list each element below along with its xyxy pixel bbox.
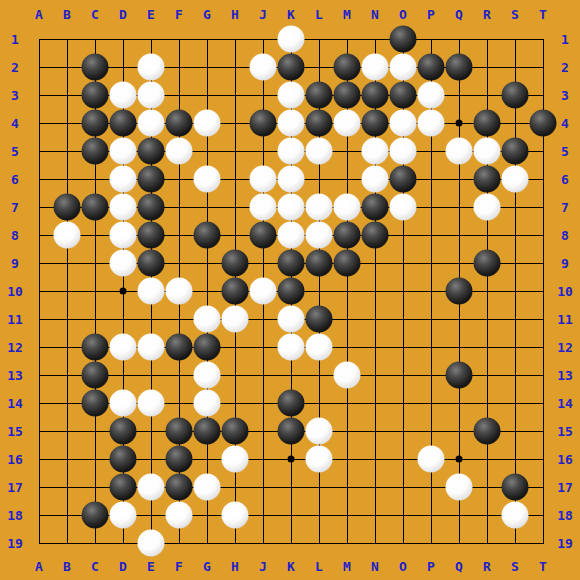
white-stone-E4 — [138, 110, 165, 137]
white-stone-O2 — [390, 54, 417, 81]
white-stone-K1 — [278, 26, 305, 53]
white-stone-K6 — [278, 166, 305, 193]
row-label-left-9: 9 — [11, 257, 19, 270]
white-stone-K7 — [278, 194, 305, 221]
black-stone-H10 — [222, 278, 249, 305]
black-stone-K9 — [278, 250, 305, 277]
white-stone-D12 — [110, 334, 137, 361]
white-stone-D8 — [110, 222, 137, 249]
row-label-left-1: 1 — [11, 33, 19, 46]
black-stone-F16 — [166, 446, 193, 473]
black-stone-S3 — [502, 82, 529, 109]
black-stone-C14 — [82, 390, 109, 417]
column-label-top-S: S — [511, 8, 519, 21]
row-label-left-11: 11 — [7, 313, 23, 326]
white-stone-Q17 — [446, 474, 473, 501]
row-label-right-12: 12 — [557, 341, 573, 354]
column-label-top-Q: Q — [455, 8, 463, 21]
column-label-bottom-C: C — [91, 560, 99, 573]
black-stone-G15 — [194, 418, 221, 445]
white-stone-D5 — [110, 138, 137, 165]
black-stone-K15 — [278, 418, 305, 445]
black-stone-S5 — [502, 138, 529, 165]
white-stone-K12 — [278, 334, 305, 361]
black-stone-N3 — [362, 82, 389, 109]
black-stone-L3 — [306, 82, 333, 109]
white-stone-H11 — [222, 306, 249, 333]
row-label-right-2: 2 — [561, 61, 569, 74]
black-stone-C4 — [82, 110, 109, 137]
white-stone-B8 — [54, 222, 81, 249]
hoshi-point-K16 — [288, 456, 295, 463]
white-stone-J2 — [250, 54, 277, 81]
black-stone-M2 — [334, 54, 361, 81]
black-stone-F12 — [166, 334, 193, 361]
column-label-bottom-G: G — [203, 560, 211, 573]
black-stone-E6 — [138, 166, 165, 193]
black-stone-H15 — [222, 418, 249, 445]
white-stone-E3 — [138, 82, 165, 109]
black-stone-K2 — [278, 54, 305, 81]
row-label-right-7: 7 — [561, 201, 569, 214]
black-stone-B7 — [54, 194, 81, 221]
black-stone-O6 — [390, 166, 417, 193]
row-label-right-14: 14 — [557, 397, 573, 410]
black-stone-M8 — [334, 222, 361, 249]
row-label-right-17: 17 — [557, 481, 573, 494]
row-label-left-12: 12 — [7, 341, 23, 354]
white-stone-Q5 — [446, 138, 473, 165]
column-label-top-K: K — [287, 8, 295, 21]
row-label-right-6: 6 — [561, 173, 569, 186]
black-stone-K14 — [278, 390, 305, 417]
column-label-bottom-R: R — [483, 560, 491, 573]
column-label-top-L: L — [315, 8, 323, 21]
hoshi-point-Q16 — [456, 456, 463, 463]
hoshi-point-Q4 — [456, 120, 463, 127]
black-stone-L9 — [306, 250, 333, 277]
row-label-right-4: 4 — [561, 117, 569, 130]
column-label-bottom-P: P — [427, 560, 435, 573]
black-stone-R15 — [474, 418, 501, 445]
white-stone-D3 — [110, 82, 137, 109]
column-label-top-R: R — [483, 8, 491, 21]
black-stone-C7 — [82, 194, 109, 221]
row-label-right-1: 1 — [561, 33, 569, 46]
row-label-right-11: 11 — [557, 313, 573, 326]
white-stone-J7 — [250, 194, 277, 221]
white-stone-E10 — [138, 278, 165, 305]
black-stone-H9 — [222, 250, 249, 277]
black-stone-E7 — [138, 194, 165, 221]
black-stone-G8 — [194, 222, 221, 249]
black-stone-E5 — [138, 138, 165, 165]
white-stone-H18 — [222, 502, 249, 529]
column-label-top-J: J — [259, 8, 267, 21]
black-stone-E8 — [138, 222, 165, 249]
black-stone-G12 — [194, 334, 221, 361]
row-label-left-19: 19 — [7, 537, 23, 550]
black-stone-C3 — [82, 82, 109, 109]
black-stone-M3 — [334, 82, 361, 109]
black-stone-L4 — [306, 110, 333, 137]
black-stone-R9 — [474, 250, 501, 277]
black-stone-N8 — [362, 222, 389, 249]
white-stone-F10 — [166, 278, 193, 305]
row-label-right-3: 3 — [561, 89, 569, 102]
column-label-top-E: E — [147, 8, 155, 21]
black-stone-E9 — [138, 250, 165, 277]
black-stone-S17 — [502, 474, 529, 501]
row-label-right-10: 10 — [557, 285, 573, 298]
white-stone-N5 — [362, 138, 389, 165]
white-stone-O4 — [390, 110, 417, 137]
column-label-bottom-K: K — [287, 560, 295, 573]
column-label-bottom-O: O — [399, 560, 407, 573]
white-stone-G14 — [194, 390, 221, 417]
black-stone-F17 — [166, 474, 193, 501]
column-label-top-C: C — [91, 8, 99, 21]
black-stone-Q2 — [446, 54, 473, 81]
black-stone-O1 — [390, 26, 417, 53]
black-stone-C12 — [82, 334, 109, 361]
white-stone-L12 — [306, 334, 333, 361]
black-stone-J8 — [250, 222, 277, 249]
column-label-top-H: H — [231, 8, 239, 21]
black-stone-T4 — [530, 110, 557, 137]
white-stone-L16 — [306, 446, 333, 473]
black-stone-D16 — [110, 446, 137, 473]
column-label-bottom-N: N — [371, 560, 379, 573]
row-label-right-19: 19 — [557, 537, 573, 550]
black-stone-F4 — [166, 110, 193, 137]
white-stone-R5 — [474, 138, 501, 165]
white-stone-D9 — [110, 250, 137, 277]
black-stone-M9 — [334, 250, 361, 277]
row-label-left-13: 13 — [7, 369, 23, 382]
black-stone-K10 — [278, 278, 305, 305]
column-label-top-T: T — [539, 8, 547, 21]
white-stone-O5 — [390, 138, 417, 165]
black-stone-Q10 — [446, 278, 473, 305]
black-stone-D15 — [110, 418, 137, 445]
white-stone-K3 — [278, 82, 305, 109]
column-label-bottom-T: T — [539, 560, 547, 573]
black-stone-D17 — [110, 474, 137, 501]
white-stone-G11 — [194, 306, 221, 333]
white-stone-P4 — [418, 110, 445, 137]
black-stone-C5 — [82, 138, 109, 165]
row-label-left-16: 16 — [7, 453, 23, 466]
white-stone-G13 — [194, 362, 221, 389]
hoshi-point-D10 — [120, 288, 127, 295]
row-label-left-7: 7 — [11, 201, 19, 214]
white-stone-L7 — [306, 194, 333, 221]
black-stone-C18 — [82, 502, 109, 529]
row-label-left-6: 6 — [11, 173, 19, 186]
column-label-top-P: P — [427, 8, 435, 21]
white-stone-F18 — [166, 502, 193, 529]
row-label-right-15: 15 — [557, 425, 573, 438]
column-label-top-D: D — [119, 8, 127, 21]
black-stone-P2 — [418, 54, 445, 81]
column-label-bottom-S: S — [511, 560, 519, 573]
row-label-left-18: 18 — [7, 509, 23, 522]
column-label-bottom-M: M — [343, 560, 351, 573]
column-label-bottom-J: J — [259, 560, 267, 573]
column-label-bottom-A: A — [35, 560, 43, 573]
white-stone-H16 — [222, 446, 249, 473]
white-stone-D6 — [110, 166, 137, 193]
white-stone-F5 — [166, 138, 193, 165]
row-label-right-5: 5 — [561, 145, 569, 158]
row-label-right-8: 8 — [561, 229, 569, 242]
white-stone-E19 — [138, 530, 165, 557]
row-label-left-17: 17 — [7, 481, 23, 494]
white-stone-N6 — [362, 166, 389, 193]
row-label-right-13: 13 — [557, 369, 573, 382]
column-label-bottom-E: E — [147, 560, 155, 573]
black-stone-R4 — [474, 110, 501, 137]
white-stone-L8 — [306, 222, 333, 249]
white-stone-M13 — [334, 362, 361, 389]
white-stone-E2 — [138, 54, 165, 81]
white-stone-D14 — [110, 390, 137, 417]
white-stone-R7 — [474, 194, 501, 221]
white-stone-P3 — [418, 82, 445, 109]
row-label-right-18: 18 — [557, 509, 573, 522]
white-stone-S18 — [502, 502, 529, 529]
white-stone-E12 — [138, 334, 165, 361]
black-stone-N7 — [362, 194, 389, 221]
white-stone-M7 — [334, 194, 361, 221]
column-label-top-M: M — [343, 8, 351, 21]
row-label-left-15: 15 — [7, 425, 23, 438]
white-stone-O7 — [390, 194, 417, 221]
column-label-top-G: G — [203, 8, 211, 21]
column-label-top-F: F — [175, 8, 183, 21]
column-label-bottom-B: B — [63, 560, 71, 573]
white-stone-G4 — [194, 110, 221, 137]
black-stone-D4 — [110, 110, 137, 137]
white-stone-J10 — [250, 278, 277, 305]
column-label-top-B: B — [63, 8, 71, 21]
white-stone-S6 — [502, 166, 529, 193]
row-label-left-8: 8 — [11, 229, 19, 242]
white-stone-L15 — [306, 418, 333, 445]
row-label-left-5: 5 — [11, 145, 19, 158]
black-stone-R6 — [474, 166, 501, 193]
row-label-left-2: 2 — [11, 61, 19, 74]
column-label-top-A: A — [35, 8, 43, 21]
column-label-bottom-H: H — [231, 560, 239, 573]
column-label-top-N: N — [371, 8, 379, 21]
black-stone-C13 — [82, 362, 109, 389]
black-stone-F15 — [166, 418, 193, 445]
black-stone-Q13 — [446, 362, 473, 389]
column-label-bottom-Q: Q — [455, 560, 463, 573]
white-stone-E14 — [138, 390, 165, 417]
white-stone-M4 — [334, 110, 361, 137]
row-label-left-4: 4 — [11, 117, 19, 130]
row-label-left-3: 3 — [11, 89, 19, 102]
column-label-bottom-D: D — [119, 560, 127, 573]
row-label-left-10: 10 — [7, 285, 23, 298]
white-stone-K8 — [278, 222, 305, 249]
black-stone-O3 — [390, 82, 417, 109]
black-stone-L11 — [306, 306, 333, 333]
white-stone-G6 — [194, 166, 221, 193]
white-stone-N2 — [362, 54, 389, 81]
row-label-right-9: 9 — [561, 257, 569, 270]
white-stone-D7 — [110, 194, 137, 221]
white-stone-P16 — [418, 446, 445, 473]
white-stone-K11 — [278, 306, 305, 333]
row-label-left-14: 14 — [7, 397, 23, 410]
column-label-bottom-F: F — [175, 560, 183, 573]
white-stone-K4 — [278, 110, 305, 137]
white-stone-E17 — [138, 474, 165, 501]
white-stone-L5 — [306, 138, 333, 165]
white-stone-J6 — [250, 166, 277, 193]
column-label-top-O: O — [399, 8, 407, 21]
black-stone-J4 — [250, 110, 277, 137]
column-label-bottom-L: L — [315, 560, 323, 573]
black-stone-N4 — [362, 110, 389, 137]
row-label-right-16: 16 — [557, 453, 573, 466]
black-stone-C2 — [82, 54, 109, 81]
white-stone-K5 — [278, 138, 305, 165]
go-board[interactable]: ABCDEFGHJKLMNOPQRST ABCDEFGHJKLMNOPQRST … — [0, 0, 580, 580]
white-stone-G17 — [194, 474, 221, 501]
white-stone-D18 — [110, 502, 137, 529]
